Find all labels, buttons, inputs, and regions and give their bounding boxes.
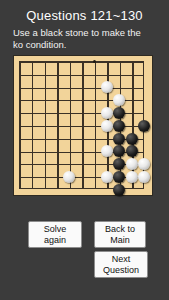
board-intersection[interactable]	[101, 68, 114, 81]
board-intersection[interactable]	[63, 183, 76, 196]
board-intersection[interactable]	[88, 183, 101, 196]
back-to-main-button[interactable]: Back to Main	[94, 221, 146, 248]
board-intersection[interactable]	[113, 170, 126, 183]
black-stone	[113, 120, 125, 132]
board-intersection[interactable]	[113, 68, 126, 81]
board-intersection[interactable]	[126, 157, 139, 170]
back-to-main-label-line2: Main	[110, 235, 130, 246]
board-intersection[interactable]	[113, 157, 126, 170]
board-intersection[interactable]	[113, 145, 126, 158]
board-intersection[interactable]	[26, 68, 39, 81]
board-intersection[interactable]	[88, 170, 101, 183]
board-intersection[interactable]	[38, 55, 51, 68]
board-intersection[interactable]	[63, 145, 76, 158]
board-intersection[interactable]	[13, 132, 26, 145]
board-intersection[interactable]	[138, 119, 151, 132]
back-to-main-label-line1: Back to	[105, 224, 135, 235]
board-intersection[interactable]	[13, 183, 26, 196]
board-intersection[interactable]	[126, 93, 139, 106]
board-intersection[interactable]	[88, 68, 101, 81]
board-intersection[interactable]	[101, 157, 114, 170]
board-intersection[interactable]	[126, 145, 139, 158]
board-intersection[interactable]	[13, 170, 26, 183]
board-intersection[interactable]	[126, 68, 139, 81]
board-intersection[interactable]	[126, 106, 139, 119]
board-intersection[interactable]	[126, 81, 139, 94]
board-intersection[interactable]	[26, 55, 39, 68]
board-intersection[interactable]	[76, 132, 89, 145]
board-intersection[interactable]	[51, 81, 64, 94]
board-intersection[interactable]	[88, 106, 101, 119]
board-intersection[interactable]	[38, 145, 51, 158]
board-intersection[interactable]	[38, 81, 51, 94]
board-intersection[interactable]	[76, 170, 89, 183]
black-stone	[126, 145, 138, 157]
board-intersection[interactable]	[26, 132, 39, 145]
black-stone	[113, 107, 125, 119]
board-intersection[interactable]	[113, 183, 126, 196]
board-intersection[interactable]	[38, 68, 51, 81]
board-intersection[interactable]	[113, 132, 126, 145]
instruction-line-2: ko condition.	[13, 39, 66, 50]
instruction-text: Use a black stone to make the ko conditi…	[13, 27, 161, 50]
board-intersection[interactable]	[63, 68, 76, 81]
white-stone	[126, 171, 138, 183]
black-stone	[126, 133, 138, 145]
board-intersection[interactable]	[26, 183, 39, 196]
board-intersection[interactable]	[51, 106, 64, 119]
board-intersection[interactable]	[138, 55, 151, 68]
board-intersection[interactable]	[113, 106, 126, 119]
next-question-label-line2: Question	[103, 265, 139, 276]
board-intersection[interactable]	[101, 183, 114, 196]
board-intersection[interactable]	[88, 132, 101, 145]
white-stone	[138, 158, 150, 170]
board-intersection[interactable]	[63, 170, 76, 183]
board-intersection[interactable]	[63, 119, 76, 132]
board-intersection[interactable]	[101, 55, 114, 68]
board-stone-layer	[13, 55, 151, 196]
board-intersection[interactable]	[26, 157, 39, 170]
board-intersection[interactable]	[26, 170, 39, 183]
black-stone	[138, 120, 150, 132]
board-intersection[interactable]	[88, 93, 101, 106]
board-intersection[interactable]	[63, 93, 76, 106]
solve-again-button[interactable]: Solve again	[28, 221, 82, 248]
board-intersection[interactable]	[126, 119, 139, 132]
white-stone	[126, 158, 138, 170]
board-intersection[interactable]	[126, 55, 139, 68]
board-intersection[interactable]	[138, 68, 151, 81]
board-intersection[interactable]	[51, 119, 64, 132]
board-intersection[interactable]	[101, 93, 114, 106]
go-board[interactable]	[14, 56, 152, 195]
board-intersection[interactable]	[13, 157, 26, 170]
board-intersection[interactable]	[51, 157, 64, 170]
board-intersection[interactable]	[138, 170, 151, 183]
board-intersection[interactable]	[126, 132, 139, 145]
solve-again-label-line1: Solve	[44, 224, 67, 235]
board-intersection[interactable]	[138, 157, 151, 170]
board-intersection[interactable]	[38, 183, 51, 196]
board-intersection[interactable]	[76, 119, 89, 132]
board-intersection[interactable]	[63, 81, 76, 94]
board-intersection[interactable]	[26, 119, 39, 132]
board-intersection[interactable]	[101, 132, 114, 145]
board-intersection[interactable]	[13, 81, 26, 94]
board-intersection[interactable]	[76, 183, 89, 196]
board-intersection[interactable]	[138, 106, 151, 119]
board-intersection[interactable]	[126, 183, 139, 196]
instruction-line-1: Use a black stone to make the	[13, 27, 141, 38]
black-stone	[113, 171, 125, 183]
black-stone	[113, 184, 125, 196]
board-intersection[interactable]	[101, 119, 114, 132]
white-stone	[101, 120, 113, 132]
board-intersection[interactable]	[38, 106, 51, 119]
board-intersection[interactable]	[38, 157, 51, 170]
next-question-button[interactable]: Next Question	[94, 251, 148, 278]
black-stone	[113, 133, 125, 145]
board-intersection[interactable]	[126, 170, 139, 183]
board-intersection[interactable]	[88, 55, 101, 68]
board-intersection[interactable]	[113, 119, 126, 132]
board-intersection[interactable]	[76, 55, 89, 68]
board-intersection[interactable]	[76, 106, 89, 119]
board-intersection[interactable]	[113, 81, 126, 94]
board-intersection[interactable]	[76, 93, 89, 106]
board-intersection[interactable]	[63, 106, 76, 119]
board-intersection[interactable]	[101, 106, 114, 119]
board-intersection[interactable]	[138, 81, 151, 94]
board-intersection[interactable]	[13, 106, 26, 119]
board-intersection[interactable]	[38, 119, 51, 132]
board-intersection[interactable]	[76, 68, 89, 81]
white-stone	[63, 171, 75, 183]
board-intersection[interactable]	[26, 81, 39, 94]
board-intersection[interactable]	[13, 55, 26, 68]
black-stone	[113, 145, 125, 157]
board-intersection[interactable]	[138, 93, 151, 106]
board-intersection[interactable]	[13, 68, 26, 81]
board-intersection[interactable]	[51, 93, 64, 106]
board-intersection[interactable]	[88, 119, 101, 132]
board-intersection[interactable]	[38, 170, 51, 183]
board-intersection[interactable]	[138, 183, 151, 196]
board-intersection[interactable]	[88, 81, 101, 94]
board-intersection[interactable]	[88, 157, 101, 170]
next-question-label-line1: Next	[112, 254, 131, 265]
black-stone	[113, 158, 125, 170]
board-intersection[interactable]	[113, 55, 126, 68]
white-stone	[101, 81, 113, 93]
board-intersection[interactable]	[101, 81, 114, 94]
board-intersection[interactable]	[113, 93, 126, 106]
board-intersection[interactable]	[76, 81, 89, 94]
board-intersection[interactable]	[76, 145, 89, 158]
board-intersection[interactable]	[38, 132, 51, 145]
board-intersection[interactable]	[26, 145, 39, 158]
board-intersection[interactable]	[63, 55, 76, 68]
board-intersection[interactable]	[63, 157, 76, 170]
board-intersection[interactable]	[26, 93, 39, 106]
board-intersection[interactable]	[138, 132, 151, 145]
board-intersection[interactable]	[13, 93, 26, 106]
board-intersection[interactable]	[38, 93, 51, 106]
page-title: Questions 121~130	[0, 8, 169, 23]
white-stone	[101, 171, 113, 183]
board-intersection[interactable]	[51, 170, 64, 183]
board-intersection[interactable]	[88, 145, 101, 158]
board-intersection[interactable]	[138, 145, 151, 158]
board-intersection[interactable]	[101, 170, 114, 183]
board-intersection[interactable]	[51, 145, 64, 158]
white-stone	[113, 94, 125, 106]
board-intersection[interactable]	[63, 132, 76, 145]
board-intersection[interactable]	[51, 132, 64, 145]
solve-again-label-line2: again	[44, 235, 66, 246]
board-intersection[interactable]	[26, 106, 39, 119]
board-intersection[interactable]	[51, 55, 64, 68]
board-intersection[interactable]	[13, 119, 26, 132]
white-stone	[101, 145, 113, 157]
board-intersection[interactable]	[51, 68, 64, 81]
star-point	[93, 60, 97, 64]
board-intersection[interactable]	[76, 157, 89, 170]
board-intersection[interactable]	[51, 183, 64, 196]
white-stone	[101, 107, 113, 119]
board-intersection[interactable]	[13, 145, 26, 158]
board-intersection[interactable]	[101, 145, 114, 158]
white-stone	[138, 171, 150, 183]
